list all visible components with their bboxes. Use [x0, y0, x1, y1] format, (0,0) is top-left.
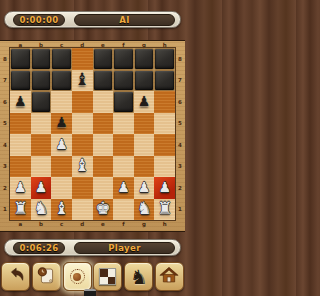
- square-g5[interactable]: [134, 113, 155, 135]
- square-b7[interactable]: [31, 70, 52, 92]
- square-d1[interactable]: [72, 199, 93, 221]
- bottom-status-bar: 0:06:26 Player: [4, 239, 181, 256]
- file-labels-bottom: abcdefgh: [10, 221, 175, 227]
- file-label-f: f: [113, 221, 134, 227]
- piece-white-king: ♚: [95, 200, 110, 217]
- piece-black-pawn: ♟: [14, 94, 27, 108]
- square-a8[interactable]: [10, 48, 31, 70]
- file-label-c: c: [51, 42, 72, 48]
- piece-white-pawn: ♟: [117, 180, 130, 194]
- rank-label-2: 2: [0, 177, 10, 199]
- rank-label-1: 1: [0, 199, 10, 221]
- square-g6[interactable]: ♟: [134, 91, 155, 113]
- square-b4[interactable]: [31, 134, 52, 156]
- square-h1[interactable]: ♜: [154, 199, 175, 221]
- board-style-button[interactable]: [93, 262, 122, 291]
- piece-black-pawn: ♟: [55, 115, 68, 129]
- square-f4[interactable]: [113, 134, 134, 156]
- file-label-d: d: [72, 221, 93, 227]
- square-h6[interactable]: [154, 91, 175, 113]
- file-label-a: a: [10, 42, 31, 48]
- knight-pieces-icon: ♞: [130, 267, 148, 287]
- square-d5[interactable]: [72, 113, 93, 135]
- square-b3[interactable]: [31, 156, 52, 178]
- file-label-b: b: [31, 221, 52, 227]
- square-h5[interactable]: [154, 113, 175, 135]
- home-icon: [158, 264, 180, 290]
- square-c7[interactable]: [51, 70, 72, 92]
- square-b1[interactable]: ♞: [31, 199, 52, 221]
- rank-label-4: 4: [0, 134, 10, 156]
- rank-label-3: 3: [0, 156, 10, 178]
- file-labels-top: abcdefgh: [10, 42, 175, 48]
- file-label-e: e: [93, 42, 114, 48]
- square-h4[interactable]: [154, 134, 175, 156]
- rank-label-8: 8: [0, 48, 10, 70]
- square-e4[interactable]: [93, 134, 114, 156]
- home-button[interactable]: [155, 262, 184, 291]
- rank-labels-right: 87654321: [175, 48, 185, 220]
- rank-label-3: 3: [175, 156, 185, 178]
- rank-label-2: 2: [175, 177, 185, 199]
- piece-white-rook: ♜: [13, 200, 28, 217]
- square-b8[interactable]: [31, 48, 52, 70]
- player-label: Player: [74, 242, 175, 254]
- square-g1[interactable]: ♞: [134, 199, 155, 221]
- undo-button[interactable]: [1, 262, 30, 291]
- undo-icon: [5, 264, 27, 290]
- square-h2[interactable]: ♟: [154, 177, 175, 199]
- square-a5[interactable]: [10, 113, 31, 135]
- square-e3[interactable]: [93, 156, 114, 178]
- piece-white-pawn: ♟: [55, 137, 68, 151]
- rank-label-5: 5: [175, 113, 185, 135]
- square-h8[interactable]: [154, 48, 175, 70]
- square-h3[interactable]: [154, 156, 175, 178]
- square-c8[interactable]: [51, 48, 72, 70]
- square-d7[interactable]: ♝: [72, 70, 93, 92]
- piece-white-bishop: ♝: [54, 200, 69, 217]
- square-a4[interactable]: [10, 134, 31, 156]
- piece-white-knight: ♞: [136, 200, 151, 217]
- square-g8[interactable]: [134, 48, 155, 70]
- file-label-h: h: [154, 42, 175, 48]
- rank-label-7: 7: [0, 70, 10, 92]
- square-e2[interactable]: [93, 177, 114, 199]
- piece-black-bishop: ♝: [75, 71, 90, 88]
- square-g7[interactable]: [134, 70, 155, 92]
- toolbar: ♞: [0, 262, 185, 292]
- square-b6[interactable]: [31, 91, 52, 113]
- player-clock: 0:06:26: [13, 242, 65, 254]
- chess-board: abcdefgh 87654321 ♝♟♟♟♟♝♟♟♟♟♟♜♞♝♚♞♜ 8765…: [0, 40, 185, 232]
- piece-white-pawn: ♟: [158, 180, 171, 194]
- square-c3[interactable]: [51, 156, 72, 178]
- top-status-bar: 0:00:00 AI: [4, 11, 181, 28]
- move-history-scroll-clock-icon: [35, 264, 57, 290]
- square-e6[interactable]: [93, 91, 114, 113]
- rank-label-8: 8: [175, 48, 185, 70]
- square-g2[interactable]: ♟: [134, 177, 155, 199]
- rank-label-4: 4: [175, 134, 185, 156]
- square-e8[interactable]: [93, 48, 114, 70]
- square-a6[interactable]: ♟: [10, 91, 31, 113]
- square-d8[interactable]: [72, 48, 93, 70]
- square-g4[interactable]: [134, 134, 155, 156]
- square-f7[interactable]: [113, 70, 134, 92]
- square-c4[interactable]: ♟: [51, 134, 72, 156]
- square-c5[interactable]: ♟: [51, 113, 72, 135]
- square-h7[interactable]: [154, 70, 175, 92]
- piece-white-pawn: ♟: [14, 180, 27, 194]
- rank-label-6: 6: [0, 91, 10, 113]
- square-c6[interactable]: [51, 91, 72, 113]
- square-f2[interactable]: ♟: [113, 177, 134, 199]
- sun-reveal-icon: [70, 269, 85, 284]
- square-d3[interactable]: ♝: [72, 156, 93, 178]
- square-e1[interactable]: ♚: [93, 199, 114, 221]
- piece-white-knight: ♞: [33, 200, 48, 217]
- square-e5[interactable]: [93, 113, 114, 135]
- bottom-edge-artifact: [84, 289, 96, 296]
- square-a1[interactable]: ♜: [10, 199, 31, 221]
- board-grid: ♝♟♟♟♟♝♟♟♟♟♟♜♞♝♚♞♜: [10, 48, 175, 220]
- checkered-board-icon: [99, 268, 116, 285]
- piece-white-bishop: ♝: [75, 157, 90, 174]
- square-f8[interactable]: [113, 48, 134, 70]
- file-label-f: f: [113, 42, 134, 48]
- square-f3[interactable]: [113, 156, 134, 178]
- rank-label-6: 6: [175, 91, 185, 113]
- square-c1[interactable]: ♝: [51, 199, 72, 221]
- square-d2[interactable]: [72, 177, 93, 199]
- file-label-g: g: [134, 221, 155, 227]
- file-label-g: g: [134, 42, 155, 48]
- rank-label-5: 5: [0, 113, 10, 135]
- square-c2[interactable]: [51, 177, 72, 199]
- piece-white-pawn: ♟: [35, 180, 48, 194]
- rank-label-1: 1: [175, 199, 185, 221]
- square-a3[interactable]: [10, 156, 31, 178]
- ai-label: AI: [74, 14, 175, 26]
- square-a7[interactable]: [10, 70, 31, 92]
- file-label-a: a: [10, 221, 31, 227]
- square-d4[interactable]: [72, 134, 93, 156]
- file-label-d: d: [72, 42, 93, 48]
- square-b5[interactable]: [31, 113, 52, 135]
- file-label-c: c: [51, 221, 72, 227]
- square-a2[interactable]: ♟: [10, 177, 31, 199]
- move-history-button[interactable]: [32, 262, 61, 291]
- piece-white-pawn: ♟: [138, 180, 151, 194]
- square-b2[interactable]: ♟: [31, 177, 52, 199]
- ai-clock: 0:00:00: [13, 14, 65, 26]
- piece-style-button[interactable]: ♞: [124, 262, 153, 291]
- square-f6[interactable]: [113, 91, 134, 113]
- file-label-e: e: [93, 221, 114, 227]
- reveal-board-button[interactable]: [63, 262, 92, 291]
- square-f5[interactable]: [113, 113, 134, 135]
- file-label-b: b: [31, 42, 52, 48]
- square-e7[interactable]: [93, 70, 114, 92]
- square-d6[interactable]: [72, 91, 93, 113]
- file-label-h: h: [154, 221, 175, 227]
- square-g3[interactable]: [134, 156, 155, 178]
- square-f1[interactable]: [113, 199, 134, 221]
- piece-black-pawn: ♟: [138, 94, 151, 108]
- rank-label-7: 7: [175, 70, 185, 92]
- piece-white-rook: ♜: [157, 200, 172, 217]
- rank-labels-left: 87654321: [0, 48, 10, 220]
